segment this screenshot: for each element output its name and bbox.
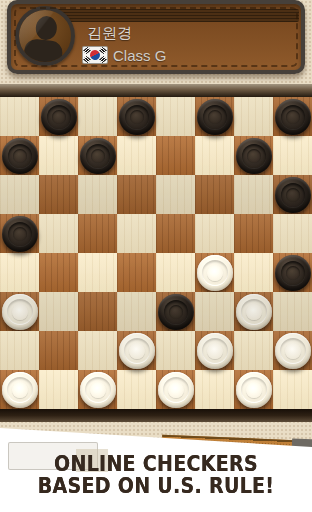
checker-piece-light[interactable] (2, 294, 38, 330)
checkers-board (0, 97, 312, 409)
board-square[interactable] (273, 292, 312, 331)
board-square[interactable] (234, 136, 273, 175)
checker-piece-dark[interactable] (275, 99, 311, 135)
board-square[interactable] (0, 370, 39, 409)
board-square[interactable] (0, 175, 39, 214)
checker-piece-dark[interactable] (275, 255, 311, 291)
board-square[interactable] (156, 253, 195, 292)
board-square[interactable] (39, 253, 78, 292)
board-square[interactable] (0, 292, 39, 331)
board-square[interactable] (156, 97, 195, 136)
board-square[interactable] (0, 331, 39, 370)
panel-top-stripe (41, 9, 299, 22)
player-avatar[interactable] (15, 6, 75, 66)
promo-bottom-area: ONLINE CHECKERS BASED ON U.S. RULE! (0, 422, 312, 512)
checker-piece-light[interactable] (197, 255, 233, 291)
board-square[interactable] (156, 214, 195, 253)
board-square[interactable] (78, 370, 117, 409)
checker-piece-light[interactable] (197, 333, 233, 369)
board-square[interactable] (273, 331, 312, 370)
board-square[interactable] (39, 136, 78, 175)
app-screen: 김원경 Class G ONLINE CHECKERS BASED ON U.S… (0, 0, 312, 512)
board-square[interactable] (78, 175, 117, 214)
board-bottom-frame (0, 409, 312, 422)
board-square[interactable] (78, 331, 117, 370)
board-square[interactable] (273, 370, 312, 409)
board-square[interactable] (0, 136, 39, 175)
board-square[interactable] (39, 370, 78, 409)
checker-piece-dark[interactable] (2, 216, 38, 252)
board-square[interactable] (273, 97, 312, 136)
board-square[interactable] (273, 253, 312, 292)
player-subline: Class G (83, 46, 166, 64)
board-square[interactable] (117, 136, 156, 175)
checker-piece-dark[interactable] (80, 138, 116, 174)
promo-text-line1: ONLINE CHECKERS (0, 452, 312, 475)
board-square[interactable] (156, 370, 195, 409)
board-square[interactable] (78, 292, 117, 331)
board-square[interactable] (234, 370, 273, 409)
checker-piece-dark[interactable] (197, 99, 233, 135)
player-panel: 김원경 Class G (7, 0, 305, 74)
player-name: 김원경 (87, 24, 132, 43)
south-korea-flag-icon (83, 47, 107, 63)
board-square[interactable] (117, 97, 156, 136)
checker-piece-light[interactable] (275, 333, 311, 369)
board-square[interactable] (39, 331, 78, 370)
promo-banner: ONLINE CHECKERS BASED ON U.S. RULE! (0, 422, 312, 512)
board-square[interactable] (117, 331, 156, 370)
board-square[interactable] (78, 97, 117, 136)
checker-piece-light[interactable] (119, 333, 155, 369)
board-square[interactable] (117, 370, 156, 409)
board-square[interactable] (0, 253, 39, 292)
board-square[interactable] (39, 214, 78, 253)
board-square[interactable] (78, 214, 117, 253)
board-square[interactable] (234, 97, 273, 136)
board-square[interactable] (195, 370, 234, 409)
checker-piece-light[interactable] (80, 372, 116, 408)
checker-piece-dark[interactable] (119, 99, 155, 135)
promo-text-line2: BASED ON U.S. RULE! (0, 475, 312, 498)
board-square[interactable] (39, 292, 78, 331)
board-square[interactable] (234, 214, 273, 253)
checker-piece-light[interactable] (158, 372, 194, 408)
board-square[interactable] (234, 292, 273, 331)
board-square[interactable] (195, 253, 234, 292)
board-square[interactable] (117, 214, 156, 253)
player-class-label: Class G (113, 47, 166, 64)
board-square[interactable] (273, 214, 312, 253)
board-square[interactable] (117, 253, 156, 292)
board-top-frame (0, 84, 312, 97)
board-square[interactable] (273, 175, 312, 214)
board-square[interactable] (78, 136, 117, 175)
board-square[interactable] (156, 292, 195, 331)
checker-piece-dark[interactable] (41, 99, 77, 135)
board-square[interactable] (156, 331, 195, 370)
board-square[interactable] (39, 97, 78, 136)
checker-piece-light[interactable] (236, 372, 272, 408)
promo-text: ONLINE CHECKERS BASED ON U.S. RULE! (0, 452, 312, 497)
checker-piece-light[interactable] (236, 294, 272, 330)
checker-piece-light[interactable] (2, 372, 38, 408)
board-square[interactable] (39, 175, 78, 214)
board-square[interactable] (273, 136, 312, 175)
board-square[interactable] (156, 136, 195, 175)
board-square[interactable] (195, 292, 234, 331)
board-square[interactable] (195, 214, 234, 253)
board-square[interactable] (0, 214, 39, 253)
board-square[interactable] (234, 331, 273, 370)
board-square[interactable] (78, 253, 117, 292)
board-square[interactable] (0, 97, 39, 136)
board-square[interactable] (117, 292, 156, 331)
checker-piece-dark[interactable] (2, 138, 38, 174)
board-square[interactable] (234, 175, 273, 214)
checker-piece-dark[interactable] (236, 138, 272, 174)
board-square[interactable] (195, 97, 234, 136)
checker-piece-dark[interactable] (158, 294, 194, 330)
checker-piece-dark[interactable] (275, 177, 311, 213)
board-square[interactable] (156, 175, 195, 214)
board-square[interactable] (234, 253, 273, 292)
board-square[interactable] (195, 331, 234, 370)
board-square[interactable] (195, 136, 234, 175)
board-square[interactable] (195, 175, 234, 214)
board-square[interactable] (117, 175, 156, 214)
